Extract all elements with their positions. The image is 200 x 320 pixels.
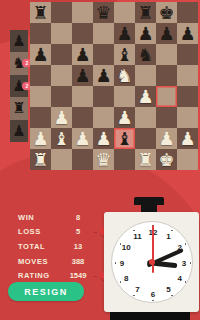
square-b5[interactable]: [51, 65, 72, 86]
square-b6[interactable]: [51, 44, 72, 65]
square-h2[interactable]: ♟: [177, 128, 198, 149]
square-c8[interactable]: [72, 2, 93, 23]
square-b4[interactable]: [51, 86, 72, 107]
square-h7[interactable]: ♟: [177, 23, 198, 44]
stat-value: 1549: [64, 271, 92, 280]
white-pawn[interactable]: ♟: [135, 86, 156, 107]
square-f2[interactable]: [135, 128, 156, 149]
black-rook[interactable]: ♜: [135, 2, 156, 23]
square-h1[interactable]: [177, 149, 198, 170]
black-pawn[interactable]: ♟: [72, 65, 93, 86]
black-pawn[interactable]: ♟: [156, 23, 177, 44]
clock-tick-dot: [190, 262, 192, 264]
square-c2[interactable]: ♟: [72, 128, 93, 149]
square-e7[interactable]: ♟: [114, 23, 135, 44]
black-bishop[interactable]: ♝: [114, 128, 135, 149]
square-f4[interactable]: ♟: [135, 86, 156, 107]
square-d5[interactable]: ♟: [93, 65, 114, 86]
square-f6[interactable]: ♞: [135, 44, 156, 65]
second-hand: [152, 225, 154, 273]
square-f8[interactable]: ♜: [135, 2, 156, 23]
square-g4[interactable]: [156, 86, 177, 107]
square-c4[interactable]: [72, 86, 93, 107]
captured-pawn-icon: ♟: [10, 30, 28, 52]
square-g3[interactable]: [156, 107, 177, 128]
clock-number-11: 11: [132, 232, 144, 241]
square-a2[interactable]: ♟: [30, 128, 51, 149]
square-e3[interactable]: ♟: [114, 107, 135, 128]
black-bishop[interactable]: ♝: [114, 44, 135, 65]
white-pawn[interactable]: ♟: [156, 128, 177, 149]
square-a6[interactable]: ♟: [30, 44, 51, 65]
white-pawn[interactable]: ♟: [93, 128, 114, 149]
captured-knight: ♞2: [10, 52, 28, 74]
black-rook[interactable]: ♜: [30, 2, 51, 23]
square-d4[interactable]: [93, 86, 114, 107]
square-c1[interactable]: [72, 149, 93, 170]
square-g5[interactable]: [156, 65, 177, 86]
arrow-icon: →: [92, 229, 98, 235]
square-g1[interactable]: ♚: [156, 149, 177, 170]
white-rook[interactable]: ♜: [30, 149, 51, 170]
square-h6[interactable]: [177, 44, 198, 65]
white-pawn[interactable]: ♟: [72, 128, 93, 149]
square-c6[interactable]: ♟: [72, 44, 93, 65]
square-f7[interactable]: ♟: [135, 23, 156, 44]
square-c7[interactable]: [72, 23, 93, 44]
square-h5[interactable]: [177, 65, 198, 86]
clock-number-6: 6: [147, 290, 159, 299]
square-e5[interactable]: ♞: [114, 65, 135, 86]
clock-tick-dot: [185, 243, 187, 245]
black-pawn[interactable]: ♟: [93, 65, 114, 86]
stat-label: TOTAL: [18, 242, 64, 251]
square-g2[interactable]: ♟: [156, 128, 177, 149]
white-pawn[interactable]: ♟: [30, 128, 51, 149]
resign-button[interactable]: RESIGN: [8, 282, 84, 301]
black-pawn[interactable]: ♟: [72, 44, 93, 65]
black-pawn[interactable]: ♟: [177, 23, 198, 44]
captured-pawn: ♟: [10, 30, 28, 52]
black-queen[interactable]: ♛: [93, 2, 114, 23]
white-pawn[interactable]: ♟: [114, 107, 135, 128]
stat-row-rating: RATING1549→18: [18, 268, 110, 283]
clock-center-cap: [149, 259, 155, 265]
square-a5[interactable]: [30, 65, 51, 86]
square-d2[interactable]: ♟: [93, 128, 114, 149]
square-d1[interactable]: ♛: [93, 149, 114, 170]
white-rook[interactable]: ♜: [135, 149, 156, 170]
black-pawn[interactable]: ♟: [135, 23, 156, 44]
clock-tick-dot: [171, 295, 173, 297]
square-b3[interactable]: ♟: [51, 107, 72, 128]
stat-label: RATING: [18, 271, 64, 280]
square-g6[interactable]: [156, 44, 177, 65]
square-b1[interactable]: [51, 149, 72, 170]
chess-app-screen: ♟♞2♟2♜♟ ♜♛♜♚♟♟♟♟♟♟♝♞♟♟♞♟♟♟♟♝♟♟♝♟♟♜♛♜♚ WI…: [0, 0, 200, 320]
square-g8[interactable]: ♚: [156, 2, 177, 23]
white-bishop[interactable]: ♝: [51, 128, 72, 149]
bottom-bar: [110, 312, 190, 320]
stat-value: 13: [64, 242, 92, 251]
clock-number-9: 9: [116, 259, 128, 268]
square-f5[interactable]: [135, 65, 156, 86]
square-a4[interactable]: [30, 86, 51, 107]
square-d7[interactable]: [93, 23, 114, 44]
clock-number-1: 1: [163, 232, 175, 241]
square-e2[interactable]: ♝: [114, 128, 135, 149]
clock-number-8: 8: [120, 274, 132, 283]
clock-number-7: 7: [132, 285, 144, 294]
stats-panel: WIN8LOSS5→1TOTAL13MOVES388RATING1549→18: [18, 210, 110, 283]
square-b8[interactable]: [51, 2, 72, 23]
square-b2[interactable]: ♝: [51, 128, 72, 149]
square-h3[interactable]: [177, 107, 198, 128]
chess-board: ♜♛♜♚♟♟♟♟♟♟♝♞♟♟♞♟♟♟♟♝♟♟♝♟♟♜♛♜♚: [30, 2, 198, 170]
square-e8[interactable]: [114, 2, 135, 23]
square-e6[interactable]: ♝: [114, 44, 135, 65]
square-e1[interactable]: [114, 149, 135, 170]
white-knight[interactable]: ♞: [114, 65, 135, 86]
clock-number-3: 3: [178, 259, 190, 268]
square-a1[interactable]: ♜: [30, 149, 51, 170]
stat-label: LOSS: [18, 227, 64, 236]
stat-value: 388: [64, 257, 92, 266]
black-knight[interactable]: ♞: [135, 44, 156, 65]
square-c3[interactable]: [72, 107, 93, 128]
black-pawn[interactable]: ♟: [30, 44, 51, 65]
white-queen[interactable]: ♛: [93, 149, 114, 170]
captured-pawn-icon: ♟: [10, 120, 28, 142]
black-king[interactable]: ♚: [156, 2, 177, 23]
captured-rook-icon: ♜: [10, 97, 28, 119]
stat-row-loss: LOSS5→1: [18, 225, 110, 240]
white-king[interactable]: ♚: [156, 149, 177, 170]
square-f1[interactable]: ♜: [135, 149, 156, 170]
arrow-icon: →: [92, 273, 98, 279]
square-d8[interactable]: ♛: [93, 2, 114, 23]
stat-row-moves: MOVES388: [18, 254, 110, 269]
square-d3[interactable]: [93, 107, 114, 128]
square-d6[interactable]: [93, 44, 114, 65]
white-pawn[interactable]: ♟: [51, 107, 72, 128]
clock-number-10: 10: [120, 243, 132, 252]
square-c5[interactable]: ♟: [72, 65, 93, 86]
square-f3[interactable]: [135, 107, 156, 128]
stat-label: WIN: [18, 213, 64, 222]
square-b7[interactable]: [51, 23, 72, 44]
square-h4[interactable]: [177, 86, 198, 107]
stat-row-total: TOTAL13: [18, 239, 110, 254]
square-a8[interactable]: ♜: [30, 2, 51, 23]
captured-rook: ♜: [10, 97, 28, 119]
white-pawn[interactable]: ♟: [177, 128, 198, 149]
captured-pawn: ♟: [10, 120, 28, 142]
black-pawn[interactable]: ♟: [114, 23, 135, 44]
captured-pawn: ♟2: [10, 75, 28, 97]
clock-tick-dot: [133, 295, 135, 297]
clock-number-5: 5: [163, 285, 175, 294]
clock-tick-dot: [152, 300, 154, 302]
captured-pieces-tray: ♟♞2♟2♜♟: [10, 30, 28, 142]
square-g7[interactable]: ♟: [156, 23, 177, 44]
square-a3[interactable]: [30, 107, 51, 128]
stat-value: 5: [64, 227, 92, 236]
clock-tick-dot: [185, 281, 187, 283]
square-e4[interactable]: [114, 86, 135, 107]
stat-value: 8: [64, 213, 92, 222]
square-a7[interactable]: [30, 23, 51, 44]
square-h8[interactable]: [177, 2, 198, 23]
stat-label: MOVES: [18, 257, 64, 266]
stat-row-win: WIN8: [18, 210, 110, 225]
